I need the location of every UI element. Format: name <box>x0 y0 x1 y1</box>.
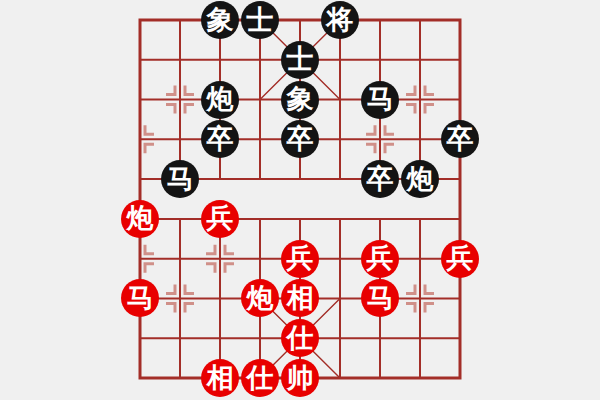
red-elephant[interactable]: 相 <box>281 279 319 317</box>
black-pawn[interactable]: 卒 <box>441 120 479 158</box>
black-pawn[interactable]: 卒 <box>201 120 239 158</box>
red-advisor[interactable]: 仕 <box>281 319 319 357</box>
xiangqi-board[interactable]: 象士将士炮象马卒卒卒马卒炮炮兵兵兵兵马炮相马仕相仕帅 <box>0 0 600 400</box>
pieces-layer: 象士将士炮象马卒卒卒马卒炮炮兵兵兵兵马炮相马仕相仕帅 <box>0 0 600 400</box>
black-pawn[interactable]: 卒 <box>361 160 399 198</box>
red-pawn[interactable]: 兵 <box>201 200 239 238</box>
red-elephant[interactable]: 相 <box>201 359 239 397</box>
black-cannon[interactable]: 炮 <box>201 81 239 119</box>
red-horse[interactable]: 马 <box>121 279 159 317</box>
black-elephant[interactable]: 象 <box>201 1 239 39</box>
red-horse[interactable]: 马 <box>361 279 399 317</box>
black-horse[interactable]: 马 <box>361 81 399 119</box>
red-cannon[interactable]: 炮 <box>121 200 159 238</box>
red-pawn[interactable]: 兵 <box>281 240 319 278</box>
red-king[interactable]: 帅 <box>281 359 319 397</box>
black-advisor[interactable]: 士 <box>281 41 319 79</box>
black-elephant[interactable]: 象 <box>281 81 319 119</box>
black-advisor[interactable]: 士 <box>241 1 279 39</box>
black-pawn[interactable]: 卒 <box>281 120 319 158</box>
black-horse[interactable]: 马 <box>161 160 199 198</box>
black-general[interactable]: 将 <box>321 1 359 39</box>
red-advisor[interactable]: 仕 <box>241 359 279 397</box>
red-pawn[interactable]: 兵 <box>361 240 399 278</box>
red-pawn[interactable]: 兵 <box>441 240 479 278</box>
black-cannon[interactable]: 炮 <box>401 160 439 198</box>
red-cannon[interactable]: 炮 <box>241 279 279 317</box>
